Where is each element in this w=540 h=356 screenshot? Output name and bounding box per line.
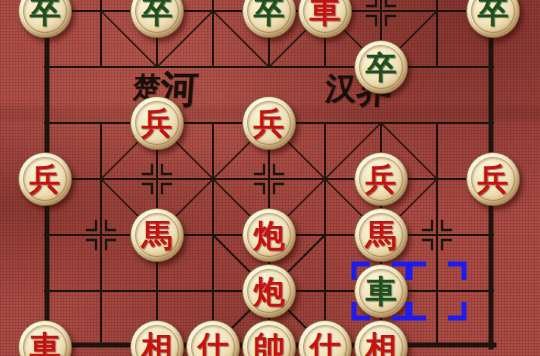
piece-glyph: 卒: [30, 0, 61, 27]
piece-glyph: 馬: [366, 220, 397, 251]
piece-red[interactable]: 車: [298, 0, 352, 38]
piece-red[interactable]: 兵: [130, 96, 184, 150]
piece-glyph: 兵: [254, 108, 285, 139]
piece-glyph: 卒: [366, 52, 397, 83]
piece-glyph: 兵: [30, 164, 61, 195]
piece-glyph: 兵: [478, 164, 509, 195]
piece-black[interactable]: 卒: [242, 0, 296, 38]
piece-red[interactable]: 兵: [242, 96, 296, 150]
piece-red[interactable]: 相: [354, 320, 408, 356]
piece-glyph: 卒: [254, 0, 285, 27]
piece-glyph: 仕: [198, 332, 229, 356]
piece-red[interactable]: 炮: [242, 264, 296, 318]
piece-glyph: 仕: [310, 332, 341, 356]
piece-red[interactable]: 兵: [354, 152, 408, 206]
piece-glyph: 炮: [254, 276, 285, 307]
piece-glyph: 炮: [254, 220, 285, 251]
piece-red[interactable]: 車: [18, 320, 72, 356]
piece-red[interactable]: 帥: [242, 320, 296, 356]
xiangqi-board: 楚河 汉界 卒卒卒車卒卒兵兵兵兵兵馬炮馬炮車車相仕帥仕相: [0, 0, 540, 356]
piece-glyph: 車: [310, 0, 341, 27]
pieces-layer: 卒卒卒車卒卒兵兵兵兵兵馬炮馬炮車車相仕帥仕相: [0, 0, 540, 356]
piece-red[interactable]: 相: [130, 320, 184, 356]
piece-red[interactable]: 仕: [298, 320, 352, 356]
piece-red[interactable]: 馬: [130, 208, 184, 262]
piece-red[interactable]: 兵: [18, 152, 72, 206]
piece-red[interactable]: 仕: [186, 320, 240, 356]
piece-glyph: 馬: [142, 220, 173, 251]
piece-glyph: 卒: [478, 0, 509, 27]
piece-red[interactable]: 兵: [466, 152, 520, 206]
piece-glyph: 車: [366, 276, 397, 307]
piece-glyph: 相: [366, 332, 397, 356]
piece-red[interactable]: 馬: [354, 208, 408, 262]
piece-glyph: 兵: [142, 108, 173, 139]
piece-glyph: 相: [142, 332, 173, 356]
piece-black[interactable]: 車: [354, 264, 408, 318]
piece-red[interactable]: 炮: [242, 208, 296, 262]
piece-glyph: 兵: [366, 164, 397, 195]
piece-black[interactable]: 卒: [18, 0, 72, 38]
piece-black[interactable]: 卒: [130, 0, 184, 38]
piece-black[interactable]: 卒: [354, 40, 408, 94]
piece-glyph: 卒: [142, 0, 173, 27]
piece-glyph: 車: [30, 332, 61, 356]
piece-glyph: 帥: [254, 332, 285, 356]
piece-black[interactable]: 卒: [466, 0, 520, 38]
